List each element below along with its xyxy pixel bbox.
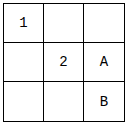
cell-value: A <box>100 55 108 69</box>
cell-value: B <box>100 95 108 109</box>
cell-r0c2[interactable] <box>84 4 124 43</box>
cell-r1c1[interactable]: 2 <box>44 43 84 82</box>
cell-r0c0[interactable]: 1 <box>4 4 44 43</box>
cell-r2c2[interactable]: B <box>84 82 124 121</box>
cell-r2c1[interactable] <box>44 82 84 121</box>
cell-value: 1 <box>19 16 27 30</box>
puzzle-grid: 1 2 A B <box>3 3 125 122</box>
cell-r2c0[interactable] <box>4 82 44 121</box>
cell-r1c0[interactable] <box>4 43 44 82</box>
cell-r0c1[interactable] <box>44 4 84 43</box>
cell-r1c2[interactable]: A <box>84 43 124 82</box>
cell-value: 2 <box>59 55 67 69</box>
